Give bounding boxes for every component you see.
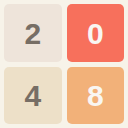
tile-value: 4 — [24, 81, 41, 111]
tile-0: 0 — [67, 4, 125, 62]
tile-2: 2 — [4, 4, 62, 62]
tile-8: 8 — [67, 67, 125, 125]
tile-4: 4 — [4, 67, 62, 125]
page-background: { "game": "2048", "position": "20/48", "… — [0, 0, 128, 128]
game-board-2048[interactable]: 2 0 4 8 — [0, 0, 128, 128]
tile-value: 2 — [24, 19, 41, 49]
tile-value: 8 — [87, 81, 104, 111]
tile-value: 0 — [87, 19, 104, 49]
